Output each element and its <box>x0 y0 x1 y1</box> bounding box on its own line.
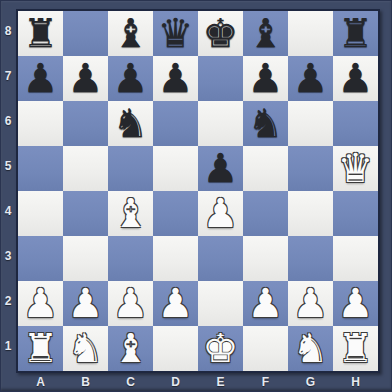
square-c7[interactable]: ♟ <box>108 56 153 101</box>
square-g4[interactable] <box>288 191 333 236</box>
square-e7[interactable] <box>198 56 243 101</box>
square-h5[interactable]: ♛ <box>333 146 378 191</box>
square-f8[interactable]: ♝ <box>243 11 288 56</box>
square-h2[interactable]: ♟ <box>333 281 378 326</box>
file-label-b: B <box>63 374 108 392</box>
square-e8[interactable]: ♚ <box>198 11 243 56</box>
piece-white-pawn[interactable]: ♟ <box>68 281 104 326</box>
square-d5[interactable] <box>153 146 198 191</box>
square-a1[interactable]: ♜ <box>18 326 63 371</box>
piece-black-pawn[interactable]: ♟ <box>338 56 374 101</box>
piece-white-pawn[interactable]: ♟ <box>248 281 284 326</box>
square-h8[interactable]: ♜ <box>333 11 378 56</box>
chess-board: ♜♝♛♚♝♜♟♟♟♟♟♟♟♞♞♟♛♝♟♟♟♟♟♟♟♟♜♞♝♚♞♜ <box>16 9 380 373</box>
square-a8[interactable]: ♜ <box>18 11 63 56</box>
square-c1[interactable]: ♝ <box>108 326 153 371</box>
square-d8[interactable]: ♛ <box>153 11 198 56</box>
square-d4[interactable] <box>153 191 198 236</box>
piece-black-knight[interactable]: ♞ <box>113 101 149 146</box>
square-h3[interactable] <box>333 236 378 281</box>
square-f4[interactable] <box>243 191 288 236</box>
square-c3[interactable] <box>108 236 153 281</box>
square-d2[interactable]: ♟ <box>153 281 198 326</box>
rank-label-5: 5 <box>0 144 16 189</box>
square-e6[interactable] <box>198 101 243 146</box>
file-label-g: G <box>288 374 333 392</box>
square-b4[interactable] <box>63 191 108 236</box>
square-c4[interactable]: ♝ <box>108 191 153 236</box>
square-a6[interactable] <box>18 101 63 146</box>
piece-black-king[interactable]: ♚ <box>203 11 239 56</box>
piece-white-pawn[interactable]: ♟ <box>338 281 374 326</box>
square-g1[interactable]: ♞ <box>288 326 333 371</box>
piece-black-pawn[interactable]: ♟ <box>293 56 329 101</box>
square-f5[interactable] <box>243 146 288 191</box>
file-label-f: F <box>243 374 288 392</box>
square-c6[interactable]: ♞ <box>108 101 153 146</box>
square-b6[interactable] <box>63 101 108 146</box>
square-h1[interactable]: ♜ <box>333 326 378 371</box>
square-c5[interactable] <box>108 146 153 191</box>
square-e2[interactable] <box>198 281 243 326</box>
square-g8[interactable] <box>288 11 333 56</box>
file-label-d: D <box>153 374 198 392</box>
square-f7[interactable]: ♟ <box>243 56 288 101</box>
square-g6[interactable] <box>288 101 333 146</box>
square-d6[interactable] <box>153 101 198 146</box>
piece-black-pawn[interactable]: ♟ <box>68 56 104 101</box>
square-c8[interactable]: ♝ <box>108 11 153 56</box>
piece-white-king[interactable]: ♚ <box>203 326 239 371</box>
square-d3[interactable] <box>153 236 198 281</box>
square-g3[interactable] <box>288 236 333 281</box>
square-f1[interactable] <box>243 326 288 371</box>
square-b2[interactable]: ♟ <box>63 281 108 326</box>
square-b7[interactable]: ♟ <box>63 56 108 101</box>
square-f6[interactable]: ♞ <box>243 101 288 146</box>
square-a5[interactable] <box>18 146 63 191</box>
piece-white-pawn[interactable]: ♟ <box>293 281 329 326</box>
file-label-e: E <box>198 374 243 392</box>
square-e5[interactable]: ♟ <box>198 146 243 191</box>
piece-white-pawn[interactable]: ♟ <box>158 281 194 326</box>
square-a2[interactable]: ♟ <box>18 281 63 326</box>
square-a4[interactable] <box>18 191 63 236</box>
piece-black-bishop[interactable]: ♝ <box>248 11 284 56</box>
rank-label-1: 1 <box>0 324 16 369</box>
piece-black-pawn[interactable]: ♟ <box>23 56 59 101</box>
rank-label-7: 7 <box>0 54 16 99</box>
square-g2[interactable]: ♟ <box>288 281 333 326</box>
square-e1[interactable]: ♚ <box>198 326 243 371</box>
square-d1[interactable] <box>153 326 198 371</box>
square-f3[interactable] <box>243 236 288 281</box>
square-e4[interactable]: ♟ <box>198 191 243 236</box>
piece-white-pawn[interactable]: ♟ <box>203 191 239 236</box>
square-b3[interactable] <box>63 236 108 281</box>
piece-white-queen[interactable]: ♛ <box>338 146 374 191</box>
piece-white-bishop[interactable]: ♝ <box>113 191 149 236</box>
piece-white-bishop[interactable]: ♝ <box>113 326 149 371</box>
piece-white-pawn[interactable]: ♟ <box>23 281 59 326</box>
square-b8[interactable] <box>63 11 108 56</box>
square-c2[interactable]: ♟ <box>108 281 153 326</box>
square-a7[interactable]: ♟ <box>18 56 63 101</box>
square-g5[interactable] <box>288 146 333 191</box>
piece-black-pawn[interactable]: ♟ <box>158 56 194 101</box>
piece-black-pawn[interactable]: ♟ <box>203 146 239 191</box>
piece-black-pawn[interactable]: ♟ <box>113 56 149 101</box>
square-h6[interactable] <box>333 101 378 146</box>
chess-board-frame: ♜♝♛♚♝♜♟♟♟♟♟♟♟♞♞♟♛♝♟♟♟♟♟♟♟♟♜♞♝♚♞♜ 8765432… <box>0 0 392 392</box>
square-h4[interactable] <box>333 191 378 236</box>
piece-white-rook[interactable]: ♜ <box>23 326 59 371</box>
rank-label-4: 4 <box>0 189 16 234</box>
rank-label-3: 3 <box>0 234 16 279</box>
file-label-c: C <box>108 374 153 392</box>
square-d7[interactable]: ♟ <box>153 56 198 101</box>
rank-label-2: 2 <box>0 279 16 324</box>
piece-black-bishop[interactable]: ♝ <box>113 11 149 56</box>
piece-white-rook[interactable]: ♜ <box>338 326 374 371</box>
file-label-h: H <box>333 374 378 392</box>
piece-black-pawn[interactable]: ♟ <box>248 56 284 101</box>
piece-black-knight[interactable]: ♞ <box>248 101 284 146</box>
rank-label-6: 6 <box>0 99 16 144</box>
piece-white-knight[interactable]: ♞ <box>68 326 104 371</box>
piece-black-rook[interactable]: ♜ <box>338 11 374 56</box>
piece-black-rook[interactable]: ♜ <box>23 11 59 56</box>
square-b5[interactable] <box>63 146 108 191</box>
file-label-a: A <box>18 374 63 392</box>
square-h7[interactable]: ♟ <box>333 56 378 101</box>
square-e3[interactable] <box>198 236 243 281</box>
piece-white-knight[interactable]: ♞ <box>293 326 329 371</box>
square-g7[interactable]: ♟ <box>288 56 333 101</box>
piece-black-queen[interactable]: ♛ <box>158 11 194 56</box>
square-b1[interactable]: ♞ <box>63 326 108 371</box>
square-f2[interactable]: ♟ <box>243 281 288 326</box>
square-a3[interactable] <box>18 236 63 281</box>
rank-label-8: 8 <box>0 9 16 54</box>
piece-white-pawn[interactable]: ♟ <box>113 281 149 326</box>
